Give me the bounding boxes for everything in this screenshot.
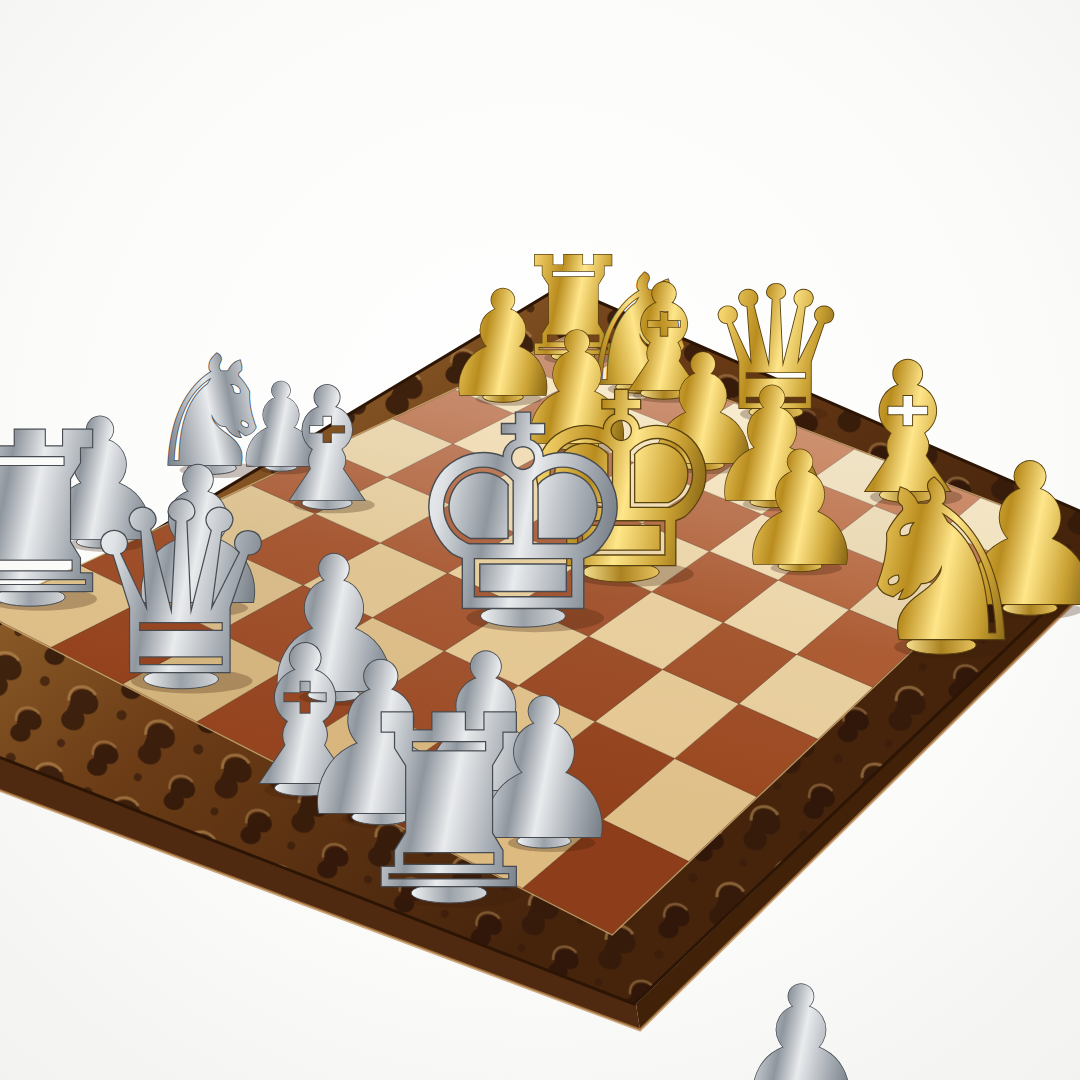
silver-pawn-glyph: ♟ (730, 952, 873, 1080)
gold-knight-glyph: ♞ (842, 434, 1040, 691)
chessboard: ♜♞♝♟♛♟♟♟♞♝♟♝♟♟♚♜♟♟♚♞♛♟♝♟♟♟♜♟ (0, 0, 1080, 1080)
silver-rook-glyph: ♜ (342, 665, 555, 942)
black-knight-b6[interactable]: ♞ (842, 434, 1040, 691)
chess-set-photo: ♜♞♝♟♛♟♟♟♞♝♟♝♟♟♚♜♟♟♚♞♛♟♝♟♟♟♜♟ (0, 0, 1080, 1080)
white-pawn-a1[interactable]: ♟ (730, 952, 873, 1080)
white-rook-c1[interactable]: ♜ (342, 665, 555, 942)
